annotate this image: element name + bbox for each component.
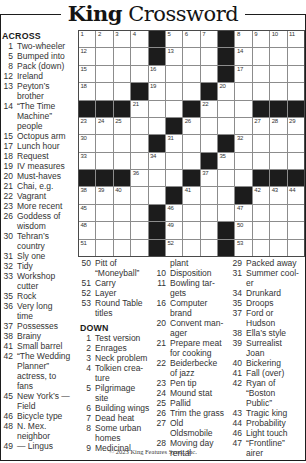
- grid-cell[interactable]: [131, 66, 147, 82]
- clue-text: Light touch: [246, 428, 305, 438]
- grid-cell[interactable]: [288, 153, 304, 169]
- clue-item: 46Bicycle type: [2, 411, 77, 421]
- clue-text: Ella’s style: [246, 328, 305, 338]
- clue-text: Beiderbecke of jazz: [170, 358, 228, 378]
- cell-number: 39: [98, 187, 104, 194]
- grid-cell[interactable]: [235, 153, 251, 169]
- cell-number: 32: [237, 135, 243, 142]
- grid-cell[interactable]: [218, 101, 234, 117]
- grid-cell[interactable]: 46: [166, 205, 182, 221]
- grid-cell[interactable]: [114, 135, 130, 151]
- grid-cell[interactable]: 4: [131, 31, 147, 47]
- grid-cell[interactable]: [201, 48, 217, 64]
- clue-number: 8: [2, 61, 13, 71]
- black-cell: [149, 222, 165, 238]
- grid-cell[interactable]: 43: [270, 187, 286, 203]
- clue-item: 35Rock: [2, 291, 77, 301]
- clue-number: 20: [2, 171, 13, 181]
- clue-number: 42: [231, 378, 242, 408]
- clue-item: 51Carry: [80, 278, 153, 288]
- black-cell: [218, 222, 234, 238]
- grid-cell[interactable]: [96, 48, 112, 64]
- grid-cell[interactable]: [131, 205, 147, 221]
- grid-cell[interactable]: [270, 240, 286, 256]
- clue-text: Some urban homes: [95, 423, 153, 443]
- cell-number: 27: [254, 118, 260, 125]
- grid-cell[interactable]: [288, 83, 304, 99]
- grid-cell[interactable]: [183, 240, 199, 256]
- grid-cell[interactable]: [149, 101, 165, 117]
- black-cell: [288, 170, 304, 186]
- clue-number: 53: [80, 298, 91, 318]
- black-cell: [270, 101, 286, 117]
- cell-number: 52: [167, 240, 173, 247]
- clue-number: 5: [2, 51, 13, 61]
- black-cell: [270, 170, 286, 186]
- grid-cell[interactable]: [218, 205, 234, 221]
- grid-cell[interactable]: [201, 66, 217, 82]
- clue-item: 2Enrages: [80, 343, 153, 353]
- grid-cell[interactable]: 20: [218, 83, 234, 99]
- grid-cell[interactable]: 7: [201, 31, 217, 47]
- grid-cell[interactable]: 6: [183, 31, 199, 47]
- grid-cell[interactable]: [114, 240, 130, 256]
- grid-cell[interactable]: 50: [235, 222, 251, 238]
- grid-cell[interactable]: 26: [183, 118, 199, 134]
- black-cell: [218, 135, 234, 151]
- grid-cell[interactable]: 24: [96, 118, 112, 134]
- clue-item: 52Layer: [80, 288, 153, 298]
- cell-number: 25: [115, 118, 121, 125]
- clue-item: 36Very long time: [2, 301, 77, 321]
- black-cell: [288, 101, 304, 117]
- cell-number: 50: [237, 222, 243, 229]
- grid-cell[interactable]: [270, 205, 286, 221]
- grid-cell[interactable]: 42: [253, 187, 269, 203]
- cell-number: 9: [254, 31, 257, 38]
- grid-cell[interactable]: [131, 222, 147, 238]
- clue-text: Brainy: [17, 331, 77, 341]
- grid-cell[interactable]: [166, 170, 182, 186]
- clue-number: 40: [231, 358, 242, 368]
- grid-cell[interactable]: 19: [149, 83, 165, 99]
- clue-number: 6: [80, 403, 91, 413]
- grid-cell[interactable]: 44: [288, 187, 304, 203]
- grid-cell[interactable]: [218, 118, 234, 134]
- grid-cell[interactable]: [201, 205, 217, 221]
- grid-cell[interactable]: 32: [235, 135, 251, 151]
- grid-cell[interactable]: [270, 135, 286, 151]
- clue-item: 6Building wings: [80, 403, 153, 413]
- grid-cell[interactable]: 11: [288, 31, 304, 47]
- grid-cell[interactable]: [201, 187, 217, 203]
- grid-cell[interactable]: [253, 240, 269, 256]
- grid-cell[interactable]: [166, 83, 182, 99]
- clue-item: 30Tehran’s country: [2, 231, 77, 251]
- clue-item: 38Ella’s style: [231, 328, 305, 338]
- copyright-line: © 2023 King Features Synd., Inc.: [0, 448, 306, 455]
- grid-cell[interactable]: [201, 222, 217, 238]
- grid-cell[interactable]: 33: [79, 153, 95, 169]
- clue-item: 24Mound stat: [155, 388, 228, 398]
- grid-cell[interactable]: [149, 118, 165, 134]
- clue-item: 39Surrealist Joan: [231, 338, 305, 358]
- clue-text: Goddess of wisdom: [17, 211, 77, 231]
- grid-cell[interactable]: [253, 222, 269, 238]
- grid-cell[interactable]: [149, 187, 165, 203]
- grid-cell[interactable]: 9: [253, 31, 269, 47]
- grid-cell[interactable]: 25: [114, 118, 130, 134]
- clue-number: 35: [2, 291, 13, 301]
- grid-cell[interactable]: 13: [166, 48, 182, 64]
- cell-number: 34: [150, 153, 156, 160]
- clue-item: 19IV measures: [2, 161, 77, 171]
- grid-cell[interactable]: 17: [235, 66, 251, 82]
- clue-item: 7Dead heat: [80, 413, 153, 423]
- clue-item: 44Probability: [231, 418, 305, 428]
- grid-cell[interactable]: [131, 187, 147, 203]
- grid-cell[interactable]: [96, 205, 112, 221]
- clue-text: Enrages: [95, 343, 153, 353]
- cell-number: 17: [237, 66, 243, 73]
- cell-number: 49: [167, 222, 173, 229]
- grid-cell[interactable]: [201, 118, 217, 134]
- clue-text: More recent: [17, 201, 77, 211]
- clue-column-mid-right: plant10Disposition11Bowling tar- gets16C…: [155, 258, 228, 458]
- clue-number: 37: [2, 321, 13, 331]
- clue-item: 3Neck problem: [80, 353, 153, 363]
- cell-number: 12: [81, 48, 87, 55]
- clue-number: 38: [231, 328, 242, 338]
- grid-cell[interactable]: 39: [96, 187, 112, 203]
- black-cell: [218, 66, 234, 82]
- grid-cell[interactable]: 28: [270, 118, 286, 134]
- black-cell: [79, 101, 95, 117]
- clue-text: Pallid: [170, 398, 228, 408]
- clue-text: Possesses: [17, 321, 77, 331]
- cell-number: 3: [115, 31, 118, 38]
- clue-number: 22: [2, 191, 13, 201]
- grid-cell[interactable]: 31: [166, 135, 182, 151]
- clue-text: Droops: [246, 298, 305, 308]
- clue-item: 18Request: [2, 151, 77, 161]
- clue-number: 41: [231, 368, 242, 378]
- grid-cell[interactable]: [166, 153, 182, 169]
- cell-number: 1: [81, 31, 84, 38]
- grid-cell[interactable]: [114, 222, 130, 238]
- grid-cell[interactable]: [183, 66, 199, 82]
- clue-number: 50: [80, 258, 91, 278]
- clue-item: 23More recent: [2, 201, 77, 211]
- grid-cell[interactable]: [288, 135, 304, 151]
- grid-cell[interactable]: 30: [79, 135, 95, 151]
- grid-cell[interactable]: [114, 66, 130, 82]
- clue-item: 26Goddess of wisdom: [2, 211, 77, 231]
- clue-item: 17Lunch hour: [2, 141, 77, 151]
- clue-number: 20: [155, 318, 166, 338]
- grid-cell[interactable]: [235, 83, 251, 99]
- grid-cell[interactable]: [131, 153, 147, 169]
- grid-cell[interactable]: [114, 48, 130, 64]
- grid-cell[interactable]: [166, 66, 182, 82]
- cell-number: 44: [289, 187, 295, 194]
- grid-cell[interactable]: [201, 240, 217, 256]
- grid-cell[interactable]: 27: [253, 118, 269, 134]
- crossword-page: King Crossword 1234567891011121314151617…: [0, 0, 306, 463]
- grid-cell[interactable]: [270, 222, 286, 238]
- cell-number: 19: [150, 83, 156, 90]
- grid-cell[interactable]: 23: [79, 118, 95, 134]
- clue-item: 41Small barrel: [2, 341, 77, 351]
- grid-cell[interactable]: [253, 66, 269, 82]
- clue-item: 26Trim the grass: [155, 408, 228, 418]
- grid-cell[interactable]: [183, 135, 199, 151]
- grid-cell[interactable]: [131, 118, 147, 134]
- cell-number: 18: [81, 83, 87, 90]
- grid-cell[interactable]: [288, 222, 304, 238]
- clue-item: 35Droops: [231, 298, 305, 308]
- clue-text: Bicycle type: [17, 411, 77, 421]
- clue-text: Layer: [95, 288, 153, 298]
- black-cell: [253, 101, 269, 117]
- grid-cell[interactable]: 29: [288, 118, 304, 134]
- clue-text: “The Time Machine” people: [17, 101, 77, 131]
- grid-cell[interactable]: [253, 153, 269, 169]
- clue-item: 16Computer brand: [155, 298, 228, 318]
- grid-cell[interactable]: [253, 205, 269, 221]
- grid-cell[interactable]: [253, 48, 269, 64]
- cell-number: 48: [81, 222, 87, 229]
- grid-cell[interactable]: [131, 240, 147, 256]
- grid-cell[interactable]: [149, 170, 165, 186]
- grid-cell[interactable]: [235, 170, 251, 186]
- grid-cell[interactable]: [270, 66, 286, 82]
- grid-cell[interactable]: [183, 153, 199, 169]
- cell-number: 38: [81, 187, 87, 194]
- grid-cell[interactable]: 47: [235, 205, 251, 221]
- clue-item: 15Octopus arm: [2, 131, 77, 141]
- clue-item: 5Bumped into: [2, 51, 77, 61]
- grid-cell[interactable]: 45: [79, 205, 95, 221]
- clue-item: 42Ryan of “Boston Public”: [231, 378, 305, 408]
- grid-cell[interactable]: 5: [166, 31, 182, 47]
- clue-number: 51: [80, 278, 91, 288]
- grid-cell[interactable]: 49: [166, 222, 182, 238]
- clue-item: 5Pilgrimage site: [80, 383, 153, 403]
- grid-cell[interactable]: [183, 222, 199, 238]
- clue-number: [155, 258, 166, 268]
- clue-text: Tolkien crea- ture: [95, 363, 153, 383]
- clue-item: 12Ireland: [2, 71, 77, 81]
- clue-item: 14“The Time Machine” people: [2, 101, 77, 131]
- clue-number: 32: [2, 261, 13, 271]
- clue-number: 13: [2, 81, 13, 101]
- grid-cell[interactable]: [131, 48, 147, 64]
- grid-cell[interactable]: [253, 135, 269, 151]
- clue-number: 31: [2, 251, 13, 261]
- grid-cell[interactable]: [183, 205, 199, 221]
- black-cell: [149, 31, 165, 47]
- grid-cell[interactable]: 53: [235, 240, 251, 256]
- grid-cell[interactable]: [201, 135, 217, 151]
- clue-text: “The Wedding Planner” actress, to fans: [17, 351, 77, 391]
- grid-cell[interactable]: 8: [235, 31, 251, 47]
- grid-cell[interactable]: 15: [79, 66, 95, 82]
- grid-cell[interactable]: [183, 48, 199, 64]
- cell-number: 24: [98, 118, 104, 125]
- clue-number: 25: [155, 398, 166, 408]
- clue-number: 48: [2, 421, 13, 441]
- clue-text: Convent man- ager: [170, 318, 228, 338]
- clue-item: 20Must-haves: [2, 171, 77, 181]
- clue-item: 29Packed away: [231, 258, 305, 268]
- grid-cell[interactable]: 14: [235, 48, 251, 64]
- clue-number: 42: [2, 351, 13, 391]
- clue-item: plant: [155, 258, 228, 268]
- clue-text: Very long time: [17, 301, 77, 321]
- cell-number: 15: [81, 66, 87, 73]
- grid-cell[interactable]: 48: [79, 222, 95, 238]
- grid-cell[interactable]: 52: [166, 240, 182, 256]
- clue-number: 46: [2, 411, 13, 421]
- black-cell: [114, 170, 130, 186]
- clue-text: Old Oldsmobile: [170, 418, 228, 438]
- grid-cell[interactable]: [288, 240, 304, 256]
- clue-number: 38: [2, 331, 13, 341]
- grid-cell[interactable]: 3: [114, 31, 130, 47]
- grid-cell[interactable]: [114, 83, 130, 99]
- clue-number: 41: [2, 341, 13, 351]
- clue-item: 37Ford or Hudson: [231, 308, 305, 328]
- grid-cell[interactable]: 41: [183, 187, 199, 203]
- clue-item: 8Some urban homes: [80, 423, 153, 443]
- grid-cell[interactable]: [96, 153, 112, 169]
- grid-cell[interactable]: [253, 83, 269, 99]
- grid-cell[interactable]: [131, 135, 147, 151]
- clue-text: Dead heat: [95, 413, 153, 423]
- clues-down-header: DOWN: [80, 323, 153, 333]
- cell-number: 47: [237, 205, 243, 212]
- clue-number: 16: [155, 298, 166, 318]
- clue-text: Peyton’s brother: [17, 81, 77, 101]
- grid-cell[interactable]: [114, 153, 130, 169]
- grid-cell[interactable]: [218, 187, 234, 203]
- clue-item: 31Summer cool- er: [231, 268, 305, 288]
- page-title: King Crossword: [61, 0, 245, 28]
- clue-item: 38Brainy: [2, 331, 77, 341]
- clue-number: 29: [231, 258, 242, 268]
- clue-text: Fall (over): [246, 368, 305, 378]
- clue-item: 34Drunkard: [231, 288, 305, 298]
- grid-cell[interactable]: 1: [79, 31, 95, 47]
- grid-cell[interactable]: 2: [96, 31, 112, 47]
- clue-number: 1: [2, 41, 13, 51]
- clue-text: Bowling tar- gets: [170, 278, 228, 298]
- grid-cell[interactable]: [235, 118, 251, 134]
- grid-cell[interactable]: 10: [270, 31, 286, 47]
- clue-text: Pack (down): [17, 61, 77, 71]
- clue-number: 30: [2, 231, 13, 251]
- clue-number: 2: [80, 343, 91, 353]
- grid-cell[interactable]: [270, 48, 286, 64]
- cell-number: 16: [150, 66, 156, 73]
- clue-number: 1: [80, 333, 91, 343]
- grid-cell[interactable]: 12: [79, 48, 95, 64]
- title-brand: King: [68, 1, 122, 26]
- black-cell: [96, 170, 112, 186]
- black-cell: [218, 48, 234, 64]
- grid-cell[interactable]: 36: [131, 170, 147, 186]
- cell-number: 43: [272, 187, 278, 194]
- black-cell: [96, 101, 112, 117]
- grid-cell[interactable]: [288, 66, 304, 82]
- grid-cell[interactable]: [270, 153, 286, 169]
- grid-cell[interactable]: 37: [201, 170, 217, 186]
- grid-cell[interactable]: [96, 135, 112, 151]
- cell-number: 41: [185, 187, 191, 194]
- grid-cell[interactable]: [183, 83, 199, 99]
- grid-cell[interactable]: [166, 101, 182, 117]
- grid-cell[interactable]: 18: [79, 83, 95, 99]
- grid-cell[interactable]: 38: [79, 187, 95, 203]
- grid-cell[interactable]: 22: [201, 101, 217, 117]
- clue-item: 1Two-wheeler: [2, 41, 77, 51]
- clue-number: 19: [2, 161, 13, 171]
- grid-cell[interactable]: 35: [218, 153, 234, 169]
- clue-text: Must-haves: [17, 171, 77, 181]
- clue-item: 40Bickering: [231, 358, 305, 368]
- grid-cell[interactable]: [270, 83, 286, 99]
- grid-cell[interactable]: [235, 101, 251, 117]
- grid-cell[interactable]: 40: [114, 187, 130, 203]
- cell-number: 8: [237, 31, 240, 38]
- clue-text: Two-wheeler: [17, 41, 77, 51]
- grid-cell[interactable]: [96, 66, 112, 82]
- cell-number: 53: [237, 240, 243, 247]
- grid-cell[interactable]: [96, 222, 112, 238]
- cell-number: 31: [167, 135, 173, 142]
- grid-cell[interactable]: [288, 48, 304, 64]
- clue-number: 5: [80, 383, 91, 403]
- grid-cell[interactable]: [218, 170, 234, 186]
- grid-cell[interactable]: [96, 240, 112, 256]
- clue-number: 23: [155, 378, 166, 388]
- clue-item: 20Convent man- ager: [155, 318, 228, 338]
- grid-cell[interactable]: 51: [79, 240, 95, 256]
- clue-item: 41Fall (over): [231, 368, 305, 378]
- grid-cell[interactable]: [96, 83, 112, 99]
- grid-cell[interactable]: [288, 205, 304, 221]
- cell-number: 42: [254, 187, 260, 194]
- grid-cell[interactable]: 21: [131, 101, 147, 117]
- grid-cell[interactable]: 34: [149, 153, 165, 169]
- clue-number: 37: [231, 308, 242, 328]
- cell-number: 6: [185, 31, 188, 38]
- clue-column-mid-left: 50Pitt of “Moneyball”51Carry52Layer53Rou…: [80, 258, 153, 453]
- cell-number: 4: [133, 31, 136, 38]
- clue-text: Round Table titles: [95, 298, 153, 318]
- cell-number: 45: [81, 205, 87, 212]
- black-cell: [149, 48, 165, 64]
- black-cell: [218, 240, 234, 256]
- clue-text: Request: [17, 151, 77, 161]
- cell-number: 29: [289, 118, 295, 125]
- grid-cell[interactable]: 16: [149, 66, 165, 82]
- grid-cell[interactable]: [114, 205, 130, 221]
- clue-text: Tehran’s country: [17, 231, 77, 251]
- clue-text: Pitt of “Moneyball”: [95, 258, 153, 278]
- black-cell: [114, 101, 130, 117]
